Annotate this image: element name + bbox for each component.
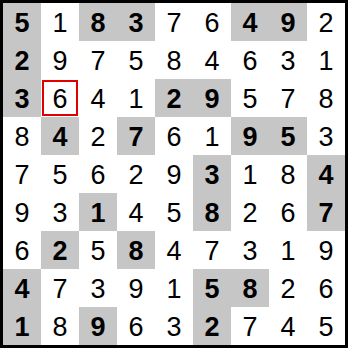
- solved-digit: 2: [90, 124, 105, 151]
- solved-digit: 7: [14, 162, 29, 189]
- given-digit: 9: [280, 10, 295, 37]
- solved-digit: 6: [280, 200, 295, 227]
- cell-r3c6[interactable]: 9: [193, 79, 234, 120]
- given-digit: 9: [242, 124, 257, 151]
- cell-r1c8[interactable]: 9: [269, 3, 308, 42]
- solved-digit: 2: [318, 10, 333, 37]
- cell-r5c7[interactable]: 1: [231, 155, 270, 194]
- cell-r8c4[interactable]: 9: [117, 269, 156, 308]
- solved-digit: 3: [52, 200, 67, 227]
- cell-r9c4[interactable]: 6: [117, 307, 156, 345]
- cell-r8c8[interactable]: 2: [269, 269, 308, 308]
- cell-r9c1[interactable]: 1: [3, 307, 42, 345]
- cell-r1c5[interactable]: 7: [155, 3, 194, 42]
- cell-r1c7[interactable]: 4: [231, 3, 270, 42]
- cell-r6c2[interactable]: 3: [41, 193, 80, 234]
- cell-r5c3[interactable]: 6: [79, 155, 120, 194]
- solved-digit: 7: [204, 238, 219, 265]
- cell-r3c9[interactable]: 8: [307, 79, 345, 120]
- cell-r5c5[interactable]: 9: [155, 155, 194, 194]
- given-digit: 5: [204, 276, 219, 303]
- cell-r6c4[interactable]: 4: [117, 193, 156, 234]
- given-digit: 1: [14, 314, 29, 341]
- cell-r4c9[interactable]: 3: [307, 117, 345, 156]
- given-digit: 7: [128, 124, 143, 151]
- cell-r7c2[interactable]: 2: [41, 231, 80, 270]
- cell-r9c7[interactable]: 7: [231, 307, 270, 345]
- solved-digit: 9: [166, 162, 181, 189]
- cell-r3c3[interactable]: 4: [79, 79, 120, 120]
- cell-r1c3[interactable]: 8: [79, 3, 120, 42]
- cell-r2c4[interactable]: 5: [117, 41, 156, 80]
- cell-r9c3[interactable]: 9: [79, 307, 120, 345]
- cell-r6c9[interactable]: 7: [307, 193, 345, 234]
- solved-digit: 6: [90, 162, 105, 189]
- solved-digit: 9: [52, 48, 67, 75]
- solved-digit: 8: [52, 314, 67, 341]
- cell-r9c6[interactable]: 2: [193, 307, 234, 345]
- given-digit: 2: [204, 314, 219, 341]
- solved-digit: 3: [318, 124, 333, 151]
- cell-r3c5[interactable]: 2: [155, 79, 194, 120]
- cell-r5c9[interactable]: 4: [307, 155, 345, 194]
- cell-r2c3[interactable]: 7: [79, 41, 120, 80]
- solved-digit: 6: [204, 10, 219, 37]
- cell-r9c2[interactable]: 8: [41, 307, 80, 345]
- given-digit: 2: [166, 86, 181, 113]
- solved-digit: 6: [318, 276, 333, 303]
- cell-r2c2[interactable]: 9: [41, 41, 80, 80]
- solved-digit: 8: [318, 86, 333, 113]
- solved-digit: 4: [166, 238, 181, 265]
- solved-digit: 4: [128, 200, 143, 227]
- solved-digit: 3: [90, 276, 105, 303]
- cell-r3c4[interactable]: 1: [117, 79, 156, 120]
- cell-r2c6[interactable]: 4: [193, 41, 234, 80]
- cell-r7c8[interactable]: 1: [269, 231, 308, 270]
- solved-digit: 7: [166, 10, 181, 37]
- solved-digit: 7: [52, 276, 67, 303]
- cell-r3c8[interactable]: 7: [269, 79, 308, 120]
- given-digit: 7: [318, 200, 333, 227]
- solved-digit: 1: [280, 238, 295, 265]
- cell-r5c4[interactable]: 2: [117, 155, 156, 194]
- solved-digit: 4: [280, 314, 295, 341]
- cell-r4c2[interactable]: 4: [41, 117, 80, 156]
- cell-r8c9[interactable]: 6: [307, 269, 345, 308]
- solved-digit: 5: [318, 314, 333, 341]
- solved-digit: 3: [166, 314, 181, 341]
- cell-r8c7[interactable]: 8: [231, 269, 270, 308]
- solved-digit: 2: [280, 276, 295, 303]
- cell-r8c3[interactable]: 3: [79, 269, 120, 308]
- solved-digit: 8: [280, 162, 295, 189]
- cell-r3c7[interactable]: 5: [231, 79, 270, 120]
- solved-digit: 9: [318, 238, 333, 265]
- solved-digit: 6: [242, 48, 257, 75]
- given-digit: 4: [14, 276, 29, 303]
- solved-digit: 5: [166, 200, 181, 227]
- cell-r7c7[interactable]: 3: [231, 231, 270, 270]
- cell-r4c3[interactable]: 2: [79, 117, 120, 156]
- given-digit: 2: [52, 238, 67, 265]
- cell-r4c5[interactable]: 6: [155, 117, 194, 156]
- given-digit: 4: [242, 10, 257, 37]
- given-digit: 3: [128, 10, 143, 37]
- cell-r1c1[interactable]: 5: [3, 3, 42, 42]
- solved-digit: 5: [128, 48, 143, 75]
- given-digit: 4: [52, 124, 67, 151]
- given-digit: 5: [280, 124, 295, 151]
- cell-r7c6[interactable]: 7: [193, 231, 234, 270]
- given-digit: 8: [128, 238, 143, 265]
- cell-r8c5[interactable]: 1: [155, 269, 194, 308]
- cell-r6c1[interactable]: 9: [3, 193, 42, 234]
- solved-digit: 7: [90, 48, 105, 75]
- solved-digit: 1: [52, 10, 67, 37]
- cell-r6c8[interactable]: 6: [269, 193, 308, 234]
- solved-digit: 5: [90, 238, 105, 265]
- solved-digit: 6: [166, 124, 181, 151]
- cell-r1c6[interactable]: 6: [193, 3, 234, 42]
- cell-r2c5[interactable]: 8: [155, 41, 194, 80]
- given-digit: 9: [204, 86, 219, 113]
- cell-r6c7[interactable]: 2: [231, 193, 270, 234]
- solved-digit: 6: [52, 86, 67, 113]
- cell-r8c2[interactable]: 7: [41, 269, 80, 308]
- solved-digit: 2: [128, 162, 143, 189]
- cell-r6c5[interactable]: 5: [155, 193, 194, 234]
- cell-r8c1[interactable]: 4: [3, 269, 42, 308]
- sudoku-board: 5183764922975846313641295788427619537562…: [0, 0, 348, 348]
- cell-r7c1[interactable]: 6: [3, 231, 42, 270]
- cell-r1c9[interactable]: 2: [307, 3, 345, 42]
- cell-r8c6[interactable]: 5: [193, 269, 234, 308]
- cell-r3c2[interactable]: 6: [41, 79, 80, 120]
- given-digit: 1: [90, 200, 105, 227]
- given-digit: 3: [204, 162, 219, 189]
- solved-digit: 1: [318, 48, 333, 75]
- cell-r7c4[interactable]: 8: [117, 231, 156, 270]
- cell-r5c2[interactable]: 5: [41, 155, 80, 194]
- solved-digit: 1: [166, 276, 181, 303]
- solved-digit: 1: [242, 162, 257, 189]
- cell-r2c7[interactable]: 6: [231, 41, 270, 80]
- solved-digit: 6: [14, 238, 29, 265]
- solved-digit: 7: [242, 314, 257, 341]
- solved-digit: 6: [128, 314, 143, 341]
- given-digit: 5: [14, 10, 29, 37]
- cell-r4c7[interactable]: 9: [231, 117, 270, 156]
- given-digit: 4: [318, 162, 333, 189]
- cell-r9c5[interactable]: 3: [155, 307, 194, 345]
- cell-r4c6[interactable]: 1: [193, 117, 234, 156]
- solved-digit: 2: [242, 200, 257, 227]
- solved-digit: 1: [204, 124, 219, 151]
- given-digit: 8: [242, 276, 257, 303]
- cell-r5c6[interactable]: 3: [193, 155, 234, 194]
- sudoku-page: 5183764922975846313641295788427619537562…: [0, 0, 362, 362]
- cell-r2c9[interactable]: 1: [307, 41, 345, 80]
- given-digit: 9: [90, 314, 105, 341]
- cell-r4c1[interactable]: 8: [3, 117, 42, 156]
- cell-r6c3[interactable]: 1: [79, 193, 120, 234]
- cell-r1c2[interactable]: 1: [41, 3, 80, 42]
- cell-r3c1[interactable]: 3: [3, 79, 42, 120]
- cell-r9c8[interactable]: 4: [269, 307, 308, 345]
- solved-digit: 1: [128, 86, 143, 113]
- given-digit: 2: [14, 48, 29, 75]
- cell-r7c5[interactable]: 4: [155, 231, 194, 270]
- cell-r4c4[interactable]: 7: [117, 117, 156, 156]
- solved-digit: 8: [166, 48, 181, 75]
- solved-digit: 7: [280, 86, 295, 113]
- cell-r5c8[interactable]: 8: [269, 155, 308, 194]
- given-digit: 8: [204, 200, 219, 227]
- solved-digit: 9: [128, 276, 143, 303]
- cell-r4c8[interactable]: 5: [269, 117, 308, 156]
- solved-digit: 5: [52, 162, 67, 189]
- cell-r6c6[interactable]: 8: [193, 193, 234, 234]
- solved-digit: 8: [14, 124, 29, 151]
- solved-digit: 5: [242, 86, 257, 113]
- solved-digit: 4: [90, 86, 105, 113]
- cell-r9c9[interactable]: 5: [307, 307, 345, 345]
- cell-r2c1[interactable]: 2: [3, 41, 42, 80]
- cell-r7c9[interactable]: 9: [307, 231, 345, 270]
- solved-digit: 3: [242, 238, 257, 265]
- cell-r7c3[interactable]: 5: [79, 231, 120, 270]
- cell-r5c1[interactable]: 7: [3, 155, 42, 194]
- given-digit: 8: [90, 10, 105, 37]
- cell-r2c8[interactable]: 3: [269, 41, 308, 80]
- solved-digit: 9: [14, 200, 29, 227]
- cell-r1c4[interactable]: 3: [117, 3, 156, 42]
- given-digit: 3: [14, 86, 29, 113]
- solved-digit: 3: [280, 48, 295, 75]
- solved-digit: 4: [204, 48, 219, 75]
